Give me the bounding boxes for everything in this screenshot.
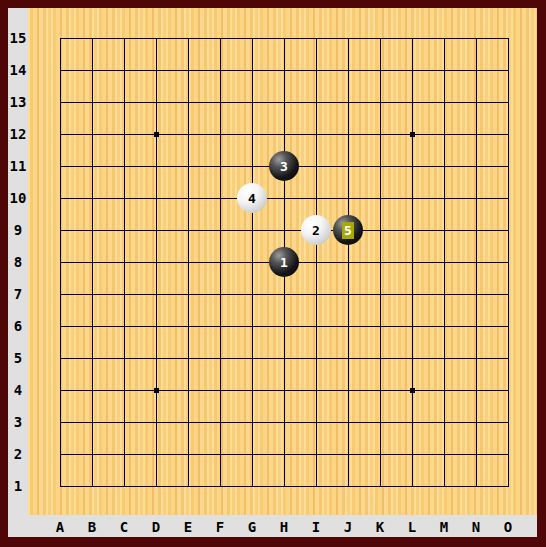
col-label-A: A xyxy=(50,518,70,536)
row-label-12: 12 xyxy=(8,125,28,143)
row-label-2: 2 xyxy=(8,445,28,463)
col-label-B: B xyxy=(82,518,102,536)
row-label-13: 13 xyxy=(8,93,28,111)
row-label-6: 6 xyxy=(8,317,28,335)
row-label-5: 5 xyxy=(8,349,28,367)
star-point-D4 xyxy=(154,388,159,393)
move-number: 3 xyxy=(280,159,288,174)
col-label-D: D xyxy=(146,518,166,536)
board-frame: 151413121110987654321ABCDEFGHIJKLMNO1234… xyxy=(0,0,546,547)
col-label-F: F xyxy=(210,518,230,536)
row-label-8: 8 xyxy=(8,253,28,271)
row-label-14: 14 xyxy=(8,61,28,79)
col-label-G: G xyxy=(242,518,262,536)
col-label-I: I xyxy=(306,518,326,536)
star-point-D12 xyxy=(154,132,159,137)
move-number: 1 xyxy=(280,255,288,270)
row-label-9: 9 xyxy=(8,221,28,239)
star-point-L12 xyxy=(410,132,415,137)
col-label-E: E xyxy=(178,518,198,536)
col-label-O: O xyxy=(498,518,518,536)
col-label-H: H xyxy=(274,518,294,536)
row-label-4: 4 xyxy=(8,381,28,399)
last-move-highlight: 5 xyxy=(342,222,354,239)
stone-H11[interactable]: 3 xyxy=(269,151,299,181)
stone-I9[interactable]: 2 xyxy=(301,215,331,245)
stone-J9[interactable]: 5 xyxy=(333,215,363,245)
col-label-J: J xyxy=(338,518,358,536)
star-point-L4 xyxy=(410,388,415,393)
col-label-N: N xyxy=(466,518,486,536)
stone-H8[interactable]: 1 xyxy=(269,247,299,277)
row-label-11: 11 xyxy=(8,157,28,175)
col-label-K: K xyxy=(370,518,390,536)
row-label-3: 3 xyxy=(8,413,28,431)
move-number: 4 xyxy=(248,191,256,206)
row-label-15: 15 xyxy=(8,29,28,47)
move-number: 2 xyxy=(312,223,320,238)
col-label-C: C xyxy=(114,518,134,536)
col-label-L: L xyxy=(402,518,422,536)
row-label-7: 7 xyxy=(8,285,28,303)
row-label-10: 10 xyxy=(8,189,28,207)
col-label-M: M xyxy=(434,518,454,536)
stone-G10[interactable]: 4 xyxy=(237,183,267,213)
row-label-1: 1 xyxy=(8,477,28,495)
